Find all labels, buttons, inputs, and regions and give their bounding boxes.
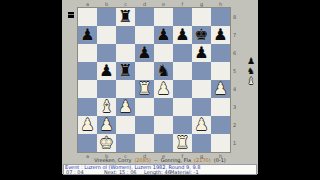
square-c1 [116,134,135,152]
rank-label-2: 2 [233,116,236,134]
square-d7 [135,26,154,44]
square-e1 [154,134,173,152]
side-to-move-indicator [68,12,74,18]
captured-white-bishop-icon: ♝ [247,76,255,86]
rank-label-3: 3 [233,98,236,116]
square-h6 [211,44,230,62]
square-h7: ♟ [211,26,230,44]
square-b1: ♚ [97,134,116,152]
white-pawn: ♟ [194,116,208,134]
square-f4 [173,80,192,98]
square-f3 [173,98,192,116]
black-rook: ♜ [118,8,132,26]
black-pawn: ♟ [213,26,227,44]
white-player-name: Vreeken, Corry [94,157,131,163]
square-g7: ♚ [192,26,211,44]
black-pawn: ♟ [80,26,94,44]
rank-label-4: 4 [233,80,236,98]
file-labels-top: abcdefgh [78,1,230,7]
black-rook: ♜ [118,62,132,80]
square-a2: ♟ [78,116,97,134]
square-g4 [192,80,211,98]
chess-board: ♜♟♟♟♚♟♟♟♟♜♞♜♟♟♝♟♟♟♟♚♜ [78,8,230,152]
square-a8 [78,8,97,26]
square-g3 [192,98,211,116]
square-c4 [116,80,135,98]
square-d2 [135,116,154,134]
square-h4: ♟ [211,80,230,98]
file-label-e: e [154,1,173,7]
black-player-name: Gonring, Fla [161,157,191,163]
square-g5 [192,62,211,80]
stats-line: 07 : 04 Next: 15 : 06 Length: 46 Materia… [64,170,256,175]
black-knight: ♞ [156,62,170,80]
square-f5 [173,62,192,80]
file-label-d: d [135,1,154,7]
rank-label-1: 1 [233,134,236,152]
rank-label-8: 8 [233,8,236,26]
square-f8 [173,8,192,26]
square-d5 [135,62,154,80]
black-pawn: ♟ [194,44,208,62]
captured-black-knight-icon: ♞ [247,66,255,76]
square-b6 [97,44,116,62]
white-pawn: ♟ [118,98,132,116]
square-c8: ♜ [116,8,135,26]
square-h2 [211,116,230,134]
square-b7 [97,26,116,44]
square-e8 [154,8,173,26]
square-f6 [173,44,192,62]
file-label-f: f [173,1,192,7]
game-result: (0-1) [214,157,226,163]
white-pawn: ♟ [80,116,94,134]
square-f7: ♟ [173,26,192,44]
rank-label-6: 6 [233,44,236,62]
square-h1 [211,134,230,152]
square-d3 [135,98,154,116]
square-e4: ♟ [154,80,173,98]
square-d4: ♜ [135,80,154,98]
square-f1: ♜ [173,134,192,152]
square-b3: ♝ [97,98,116,116]
rank-labels: 87654321 [233,8,236,152]
square-g1 [192,134,211,152]
square-d6: ♟ [135,44,154,62]
black-pawn: ♟ [99,62,113,80]
black-pawn: ♟ [137,44,151,62]
rank-label-7: 7 [233,26,236,44]
square-d8 [135,8,154,26]
square-a3 [78,98,97,116]
material-balance: Material: -1 [170,170,199,175]
square-h5 [211,62,230,80]
square-a1 [78,134,97,152]
file-label-g: g [192,1,211,7]
square-h3 [211,98,230,116]
square-e6 [154,44,173,62]
square-b5: ♟ [97,62,116,80]
square-a7: ♟ [78,26,97,44]
video-frame: abcdefgh abcdefgh 87654321 ♜♟♟♟♚♟♟♟♟♜♞♜♟… [0,0,320,180]
players-caption: Vreeken, Corry (2085) -- Gonring, Fla (2… [62,157,258,163]
square-a6 [78,44,97,62]
file-label-b: b [97,1,116,7]
square-g2: ♟ [192,116,211,134]
square-e7: ♟ [154,26,173,44]
black-pawn: ♟ [175,26,189,44]
white-rook: ♜ [175,134,189,152]
square-b2: ♟ [97,116,116,134]
captured-black-pawn-icon: ♟ [247,56,255,66]
clock-value: 07 : 04 [66,170,84,175]
square-c5: ♜ [116,62,135,80]
white-pawn: ♟ [213,80,227,98]
white-pawn: ♟ [156,80,170,98]
square-a4 [78,80,97,98]
square-e5: ♞ [154,62,173,80]
white-player-rating: (2085) [134,157,151,163]
square-c2 [116,116,135,134]
captured-material-tray: ♟♞♝ [245,56,257,86]
square-h8 [211,8,230,26]
players-separator: -- [154,157,158,163]
next-move-time: Next: 15 : 06 [104,170,137,175]
square-b4 [97,80,116,98]
square-g6: ♟ [192,44,211,62]
game-info-box: Event : Luzern ol (Women), Luzern 1982, … [63,164,257,175]
black-pawn: ♟ [156,26,170,44]
square-e3 [154,98,173,116]
square-g8 [192,8,211,26]
white-bishop: ♝ [99,98,113,116]
square-e2 [154,116,173,134]
file-label-h: h [211,1,230,7]
square-c6 [116,44,135,62]
square-c3: ♟ [116,98,135,116]
square-a5 [78,62,97,80]
black-king: ♚ [194,26,208,44]
white-king: ♚ [99,134,113,152]
square-b8 [97,8,116,26]
file-label-a: a [78,1,97,7]
square-c7 [116,26,135,44]
white-pawn: ♟ [99,116,113,134]
rank-label-5: 5 [233,62,236,80]
white-rook: ♜ [137,80,151,98]
square-f2 [173,116,192,134]
square-d1 [135,134,154,152]
game-length: Length: 46 [144,170,171,175]
black-player-rating: (2170) [194,157,211,163]
